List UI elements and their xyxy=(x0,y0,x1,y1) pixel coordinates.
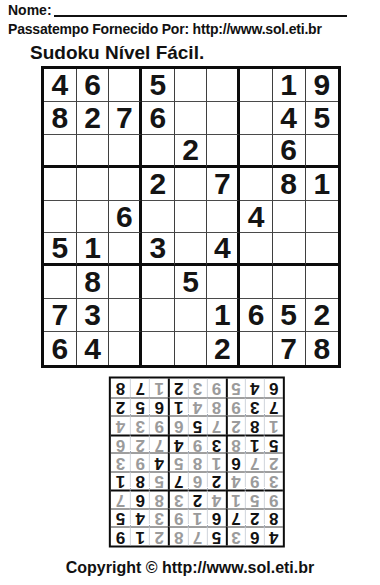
puzzle-cell-r3c4 xyxy=(142,135,175,168)
puzzle-cell-r3c2 xyxy=(77,135,110,168)
solution-cell-r5c2: 7 xyxy=(245,453,264,472)
solution-cell-r2c6: 9 xyxy=(168,509,187,528)
solution-cell-r1c4: 5 xyxy=(206,527,225,546)
name-label: Nome: xyxy=(8,2,52,18)
puzzle-cell-r5c5 xyxy=(175,201,208,234)
solution-cell-r2c8: 4 xyxy=(130,509,149,528)
solution-cell-r4c1: 3 xyxy=(264,472,283,491)
solution-cell-r8c5: 4 xyxy=(187,398,206,417)
solution-cell-r7c5: 5 xyxy=(187,416,206,435)
solution-cell-r5c9: 3 xyxy=(111,453,130,472)
solution-cell-r2c7: 3 xyxy=(149,509,168,528)
puzzle-cell-r2c1: 8 xyxy=(44,102,77,135)
solution-cell-r4c2: 9 xyxy=(245,472,264,491)
solution-cell-r7c6: 6 xyxy=(168,416,187,435)
solution-cell-r6c5: 9 xyxy=(187,435,206,454)
solution-cell-r2c2: 2 xyxy=(245,509,264,528)
puzzle-cell-r6c7 xyxy=(240,233,273,266)
puzzle-cell-r2c8: 4 xyxy=(273,102,306,135)
solution-cell-r3c7: 8 xyxy=(149,490,168,509)
puzzle-cell-r7c8 xyxy=(273,266,306,299)
solution-cell-r9c5: 3 xyxy=(187,379,206,398)
solution-cell-r8c8: 5 xyxy=(130,398,149,417)
puzzle-cell-r7c7 xyxy=(240,266,273,299)
puzzle-cell-r6c8 xyxy=(273,233,306,266)
page-title: Sudoku Nível Fácil. xyxy=(30,42,204,64)
puzzle-cell-r6c9 xyxy=(306,233,339,266)
solution-cell-r6c1: 5 xyxy=(264,435,283,454)
puzzle-cell-r1c3 xyxy=(109,69,142,102)
puzzle-cell-r1c6 xyxy=(207,69,240,102)
puzzle-cell-r8c7: 6 xyxy=(240,299,273,332)
solution-cell-r2c3: 7 xyxy=(226,509,245,528)
puzzle-cell-r7c4 xyxy=(142,266,175,299)
solution-cell-r9c1: 6 xyxy=(264,379,283,398)
puzzle-cell-r5c1 xyxy=(44,201,77,234)
solution-cell-r7c9: 4 xyxy=(111,416,130,435)
solution-cell-r1c2: 6 xyxy=(245,527,264,546)
solution-cell-r5c4: 1 xyxy=(206,453,225,472)
worksheet-page: Nome: Passatempo Fornecido Por: http://w… xyxy=(0,0,380,585)
puzzle-cell-r7c3 xyxy=(109,266,142,299)
puzzle-cell-r9c9: 8 xyxy=(306,332,339,365)
puzzle-cell-r9c2: 4 xyxy=(77,332,110,365)
solution-grid-rotated: 4635782198276193459514238673942675812761… xyxy=(109,377,285,548)
puzzle-cell-r9c7 xyxy=(240,332,273,365)
solution-cell-r5c1: 2 xyxy=(264,453,283,472)
solution-cell-r8c4: 8 xyxy=(206,398,225,417)
solution-cell-r3c5: 2 xyxy=(187,490,206,509)
puzzle-cell-r2c9: 5 xyxy=(306,102,339,135)
puzzle-cell-r3c8: 6 xyxy=(273,135,306,168)
puzzle-cell-r4c7 xyxy=(240,168,273,201)
puzzle-cell-r1c2: 6 xyxy=(77,69,110,102)
puzzle-cell-r1c5 xyxy=(175,69,208,102)
puzzle-cell-r8c4 xyxy=(142,299,175,332)
puzzle-cell-r3c1 xyxy=(44,135,77,168)
solution-cell-r5c7: 4 xyxy=(149,453,168,472)
solution-cell-r4c5: 6 xyxy=(187,472,206,491)
solution-cell-r8c2: 3 xyxy=(245,398,264,417)
solution-cell-r9c3: 5 xyxy=(226,379,245,398)
solution-cell-r5c8: 9 xyxy=(130,453,149,472)
solution-cell-r8c7: 6 xyxy=(149,398,168,417)
solution-cell-r8c3: 9 xyxy=(226,398,245,417)
puzzle-cell-r4c9: 1 xyxy=(306,168,339,201)
puzzle-cell-r5c8 xyxy=(273,201,306,234)
solution-cell-r7c1: 1 xyxy=(264,416,283,435)
puzzle-cell-r4c5 xyxy=(175,168,208,201)
solution-cell-r4c8: 8 xyxy=(130,472,149,491)
solution-cell-r9c7: 1 xyxy=(149,379,168,398)
puzzle-cell-r7c1 xyxy=(44,266,77,299)
puzzle-cell-r8c8: 5 xyxy=(273,299,306,332)
solution-cell-r6c7: 7 xyxy=(149,435,168,454)
solution-cell-r3c1: 9 xyxy=(264,490,283,509)
puzzle-cell-r8c9: 2 xyxy=(306,299,339,332)
puzzle-cell-r2c4: 6 xyxy=(142,102,175,135)
solution-cell-r6c4: 3 xyxy=(206,435,225,454)
solution-cell-r3c2: 5 xyxy=(245,490,264,509)
solution-cell-r1c7: 2 xyxy=(149,527,168,546)
puzzle-cell-r9c3 xyxy=(109,332,142,365)
puzzle-cell-r5c3: 6 xyxy=(109,201,142,234)
solution-cell-r6c2: 1 xyxy=(245,435,264,454)
puzzle-cell-r1c4: 5 xyxy=(142,69,175,102)
solution-cell-r2c1: 8 xyxy=(264,509,283,528)
solution-cell-r8c6: 1 xyxy=(168,398,187,417)
solution-cell-r1c1: 4 xyxy=(264,527,283,546)
solution-cell-r2c4: 6 xyxy=(206,509,225,528)
solution-cell-r9c2: 4 xyxy=(245,379,264,398)
puzzle-cell-r8c2: 3 xyxy=(77,299,110,332)
puzzle-cell-r3c5: 2 xyxy=(175,135,208,168)
solution-cell-r4c6: 7 xyxy=(168,472,187,491)
solution-cell-r9c4: 9 xyxy=(206,379,225,398)
solution-cell-r9c9: 8 xyxy=(111,379,130,398)
puzzle-cell-r4c8: 8 xyxy=(273,168,306,201)
puzzle-cell-r4c2 xyxy=(77,168,110,201)
solution-cell-r3c8: 6 xyxy=(130,490,149,509)
puzzle-cell-r6c6: 4 xyxy=(207,233,240,266)
solution-cell-r3c3: 1 xyxy=(226,490,245,509)
puzzle-cell-r1c9: 9 xyxy=(306,69,339,102)
puzzle-cell-r1c1: 4 xyxy=(44,69,77,102)
solution-cell-r3c4: 4 xyxy=(206,490,225,509)
puzzle-cell-r4c6: 7 xyxy=(207,168,240,201)
puzzle-cell-r2c5 xyxy=(175,102,208,135)
name-blank-line xyxy=(54,15,347,17)
puzzle-cell-r3c9 xyxy=(306,135,339,168)
puzzle-cell-r5c9 xyxy=(306,201,339,234)
solution-cell-r7c3: 2 xyxy=(226,416,245,435)
puzzle-cell-r8c1: 7 xyxy=(44,299,77,332)
solution-cell-r7c2: 8 xyxy=(245,416,264,435)
puzzle-cell-r7c5: 5 xyxy=(175,266,208,299)
puzzle-cell-r3c3 xyxy=(109,135,142,168)
solution-cell-r6c9: 6 xyxy=(111,435,130,454)
puzzle-cell-r9c5 xyxy=(175,332,208,365)
solution-cell-r6c8: 2 xyxy=(130,435,149,454)
solution-cell-r2c9: 5 xyxy=(111,509,130,528)
copyright-text: Copyright © http://www.sol.eti.br xyxy=(0,559,380,577)
solution-cell-r4c9: 1 xyxy=(111,472,130,491)
puzzle-cell-r4c1 xyxy=(44,168,77,201)
puzzle-cell-r5c2 xyxy=(77,201,110,234)
puzzle-cell-r6c1: 5 xyxy=(44,233,77,266)
puzzle-cell-r3c6 xyxy=(207,135,240,168)
puzzle-cell-r4c3 xyxy=(109,168,142,201)
solution-cell-r1c5: 7 xyxy=(187,527,206,546)
solution-cell-r9c6: 2 xyxy=(168,379,187,398)
puzzle-cell-r8c5 xyxy=(175,299,208,332)
puzzle-cell-r9c1: 6 xyxy=(44,332,77,365)
puzzle-grid: 465198276452627816451348573165264278 xyxy=(41,66,341,368)
puzzle-cell-r7c6 xyxy=(207,266,240,299)
name-row: Nome: xyxy=(8,2,347,18)
puzzle-cell-r5c7: 4 xyxy=(240,201,273,234)
solution-cell-r1c8: 1 xyxy=(130,527,149,546)
puzzle-cell-r8c3 xyxy=(109,299,142,332)
solution-cell-r4c7: 5 xyxy=(149,472,168,491)
solution-cell-r5c5: 8 xyxy=(187,453,206,472)
solution-cell-r8c1: 7 xyxy=(264,398,283,417)
solution-cell-r4c3: 4 xyxy=(226,472,245,491)
puzzle-cell-r6c3 xyxy=(109,233,142,266)
puzzle-cell-r7c9 xyxy=(306,266,339,299)
provider-text: Passatempo Fornecido Por: http://www.sol… xyxy=(8,21,322,37)
solution-cell-r4c4: 2 xyxy=(206,472,225,491)
puzzle-cell-r2c3: 7 xyxy=(109,102,142,135)
puzzle-cell-r7c2: 8 xyxy=(77,266,110,299)
puzzle-cell-r4c4: 2 xyxy=(142,168,175,201)
puzzle-cell-r8c6: 1 xyxy=(207,299,240,332)
solution-cell-r6c6: 4 xyxy=(168,435,187,454)
solution-cell-r3c9: 7 xyxy=(111,490,130,509)
solution-cell-r3c6: 3 xyxy=(168,490,187,509)
solution-cell-r5c3: 6 xyxy=(226,453,245,472)
puzzle-cell-r9c4 xyxy=(142,332,175,365)
puzzle-cell-r5c6 xyxy=(207,201,240,234)
puzzle-cell-r6c4: 3 xyxy=(142,233,175,266)
solution-cell-r7c7: 9 xyxy=(149,416,168,435)
puzzle-cell-r9c8: 7 xyxy=(273,332,306,365)
puzzle-cell-r6c5 xyxy=(175,233,208,266)
puzzle-cell-r6c2: 1 xyxy=(77,233,110,266)
solution-cell-r1c3: 3 xyxy=(226,527,245,546)
puzzle-cell-r2c7 xyxy=(240,102,273,135)
solution-cell-r1c9: 9 xyxy=(111,527,130,546)
solution-cell-r5c6: 5 xyxy=(168,453,187,472)
puzzle-cell-r3c7 xyxy=(240,135,273,168)
puzzle-cell-r1c7 xyxy=(240,69,273,102)
solution-cell-r7c4: 7 xyxy=(206,416,225,435)
solution-cell-r6c3: 8 xyxy=(226,435,245,454)
solution-cell-r8c9: 2 xyxy=(111,398,130,417)
solution-cell-r2c5: 1 xyxy=(187,509,206,528)
solution-cell-r7c8: 3 xyxy=(130,416,149,435)
puzzle-cell-r2c6 xyxy=(207,102,240,135)
puzzle-cell-r1c8: 1 xyxy=(273,69,306,102)
solution-cell-r9c8: 7 xyxy=(130,379,149,398)
puzzle-cell-r2c2: 2 xyxy=(77,102,110,135)
solution-cell-r1c6: 8 xyxy=(168,527,187,546)
puzzle-cell-r9c6: 2 xyxy=(207,332,240,365)
puzzle-cell-r5c4 xyxy=(142,201,175,234)
